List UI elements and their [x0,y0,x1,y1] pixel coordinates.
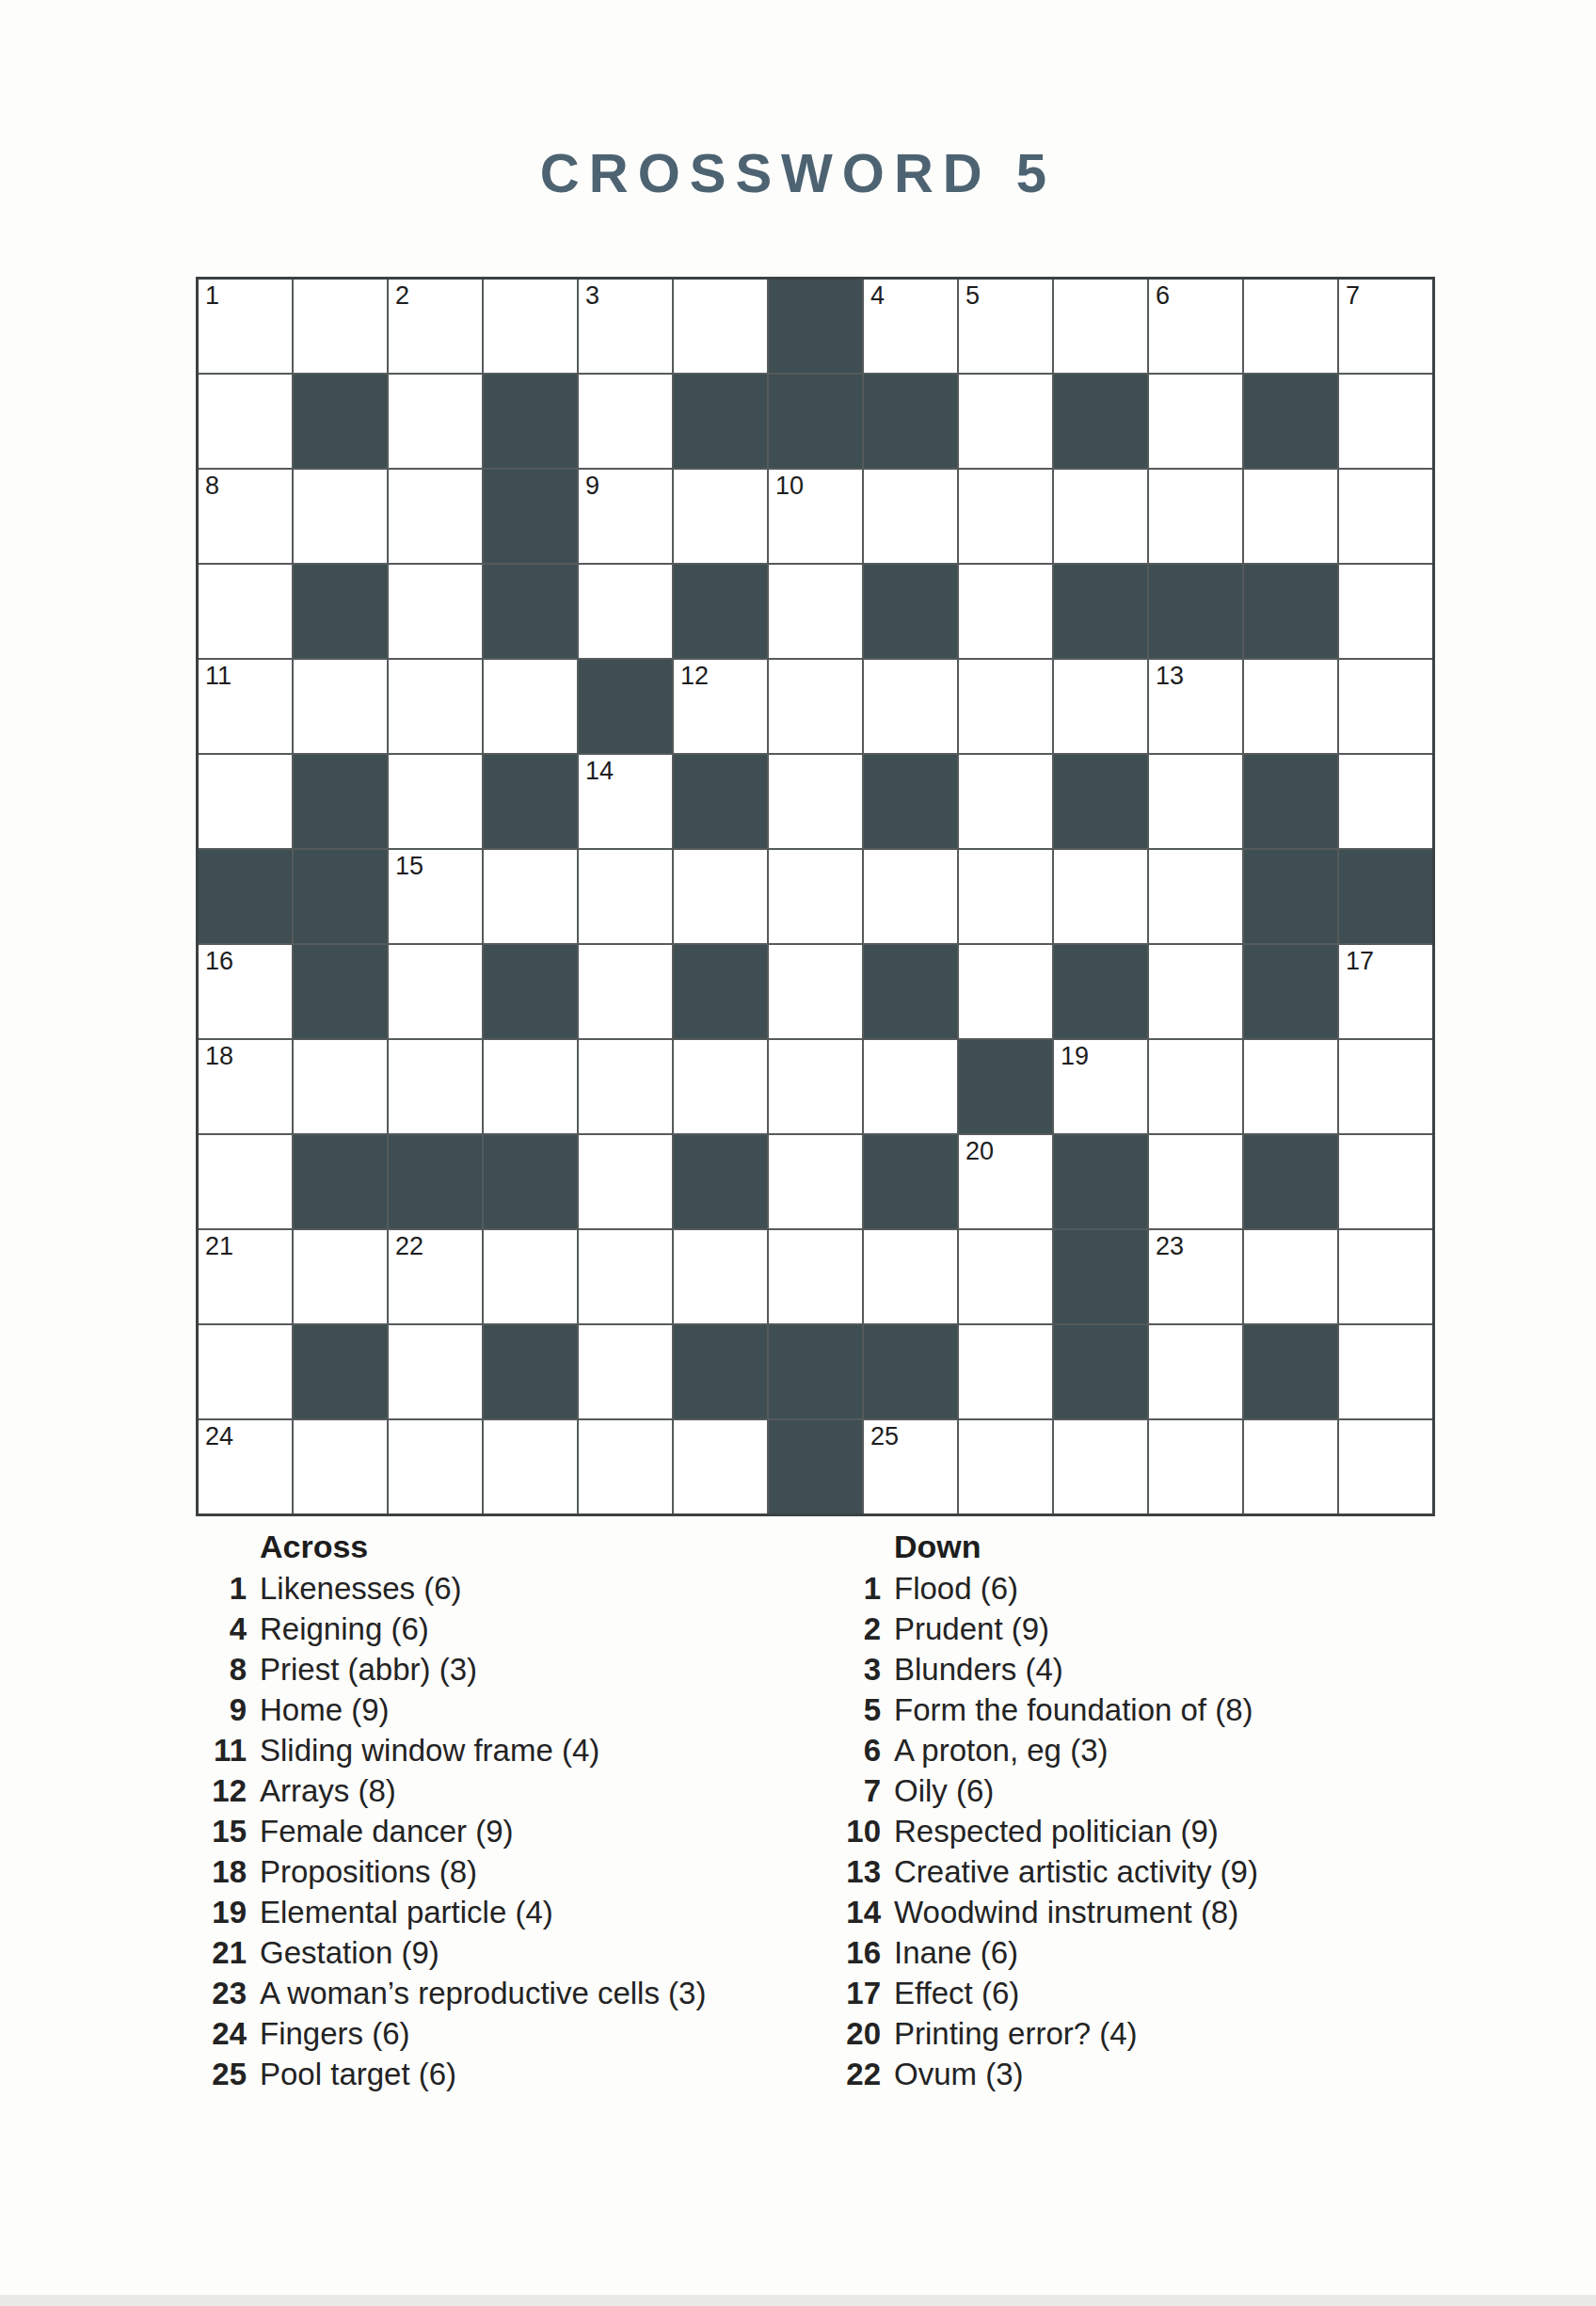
down-clue-13: 13Creative artistic activity (9) [828,1851,1487,1892]
across-clue-number: 8 [194,1649,247,1689]
cell-r9c2[interactable] [294,1040,387,1133]
cell-r7c5[interactable] [579,850,672,943]
cell-r10c13[interactable] [1339,1135,1432,1228]
across-clue-number: 23 [194,1973,247,2013]
cell-r13c4[interactable] [484,1420,577,1513]
cell-r11c8[interactable] [864,1230,957,1323]
down-clue-list: 1Flood (6)2Prudent (9)3Blunders (4)5Form… [828,1568,1487,2094]
down-clue-number: 1 [828,1568,881,1609]
cell-r6c11[interactable] [1149,755,1242,848]
across-clue-text: Pool target (6) [260,2054,456,2094]
black-cell-r6c4 [484,755,577,848]
across-clue-number: 18 [194,1851,247,1892]
down-clue-number: 10 [828,1811,881,1851]
cell-r11c4[interactable] [484,1230,577,1323]
cell-r3c3[interactable] [389,470,482,563]
cell-r8c5[interactable] [579,945,672,1038]
clue-number-19: 19 [1061,1044,1089,1069]
clue-number-16: 16 [205,949,233,974]
across-clue-number: 1 [194,1568,247,1609]
black-cell-r11c10 [1054,1230,1147,1323]
cell-r5c2[interactable] [294,660,387,753]
down-clue-number: 5 [828,1689,881,1730]
across-clue-4: 4Reigning (6) [194,1609,853,1649]
cell-r4c5[interactable] [579,565,672,658]
cell-r3c10[interactable] [1054,470,1147,563]
cell-r5c12[interactable] [1244,660,1337,753]
down-clue-number: 3 [828,1649,881,1689]
clue-number-4: 4 [870,283,885,309]
black-cell-r12c10 [1054,1325,1147,1418]
across-clue-8: 8Priest (abbr) (3) [194,1649,853,1689]
cell-r7c6[interactable] [674,850,767,943]
across-clue-21: 21Gestation (9) [194,1932,853,1973]
cell-r10c9[interactable]: 20 [959,1135,1052,1228]
down-clue-10: 10Respected politician (9) [828,1811,1487,1851]
cell-r13c5[interactable] [579,1420,672,1513]
cell-r9c13[interactable] [1339,1040,1432,1133]
cell-r8c9[interactable] [959,945,1052,1038]
down-clue-text: Blunders (4) [894,1649,1063,1689]
cell-r5c8[interactable] [864,660,957,753]
cell-r4c9[interactable] [959,565,1052,658]
down-clue-text: Effect (6) [894,1973,1019,2013]
clue-number-14: 14 [585,759,614,784]
cell-r13c3[interactable] [389,1420,482,1513]
across-clue-number: 4 [194,1609,247,1649]
black-cell-r7c13 [1339,850,1432,943]
across-clue-11: 11Sliding window frame (4) [194,1730,853,1770]
cell-r13c11[interactable] [1149,1420,1242,1513]
clue-number-3: 3 [585,283,599,309]
cell-r3c12[interactable] [1244,470,1337,563]
cell-r3c1[interactable]: 8 [199,470,292,563]
cell-r3c5[interactable]: 9 [579,470,672,563]
down-clue-text: Oily (6) [894,1770,994,1811]
black-cell-r8c10 [1054,945,1147,1038]
cell-r5c11[interactable]: 13 [1149,660,1242,753]
black-cell-r12c12 [1244,1325,1337,1418]
black-cell-r2c8 [864,375,957,468]
cell-r1c13[interactable]: 7 [1339,280,1432,373]
black-cell-r2c10 [1054,375,1147,468]
down-clue-text: Woodwind instrument (8) [894,1892,1238,1932]
cell-r9c6[interactable] [674,1040,767,1133]
cell-r3c13[interactable] [1339,470,1432,563]
clue-number-6: 6 [1156,283,1170,309]
cell-r12c1[interactable] [199,1325,292,1418]
cell-r1c6[interactable] [674,280,767,373]
cell-r13c6[interactable] [674,1420,767,1513]
across-clues-section: Across 1Likenesses (6)4Reigning (6)8Prie… [194,1525,853,2094]
clue-number-21: 21 [205,1234,233,1259]
cell-r5c6[interactable]: 12 [674,660,767,753]
cell-r9c12[interactable] [1244,1040,1337,1133]
clue-number-13: 13 [1156,664,1184,689]
cell-r13c12[interactable] [1244,1420,1337,1513]
black-cell-r2c4 [484,375,577,468]
clue-number-2: 2 [395,283,409,309]
cell-r13c1[interactable]: 24 [199,1420,292,1513]
down-clue-number: 22 [828,2054,881,2094]
down-clue-number: 16 [828,1932,881,1973]
across-clue-23: 23A woman’s reproductive cells (3) [194,1973,853,2013]
cell-r2c1[interactable] [199,375,292,468]
cell-r11c9[interactable] [959,1230,1052,1323]
cell-r1c3[interactable]: 2 [389,280,482,373]
across-clue-text: Gestation (9) [260,1932,439,1973]
cell-r13c8[interactable]: 25 [864,1420,957,1513]
across-clue-text: Arrays (8) [260,1770,396,1811]
clue-number-8: 8 [205,473,219,499]
cell-r4c13[interactable] [1339,565,1432,658]
cell-r13c9[interactable] [959,1420,1052,1513]
cell-r11c3[interactable]: 22 [389,1230,482,1323]
black-cell-r6c8 [864,755,957,848]
across-clue-24: 24Fingers (6) [194,2013,853,2054]
cell-r7c4[interactable] [484,850,577,943]
cell-r10c5[interactable] [579,1135,672,1228]
cell-r11c7[interactable] [769,1230,862,1323]
clue-number-10: 10 [775,473,804,499]
cell-r5c13[interactable] [1339,660,1432,753]
cell-r6c9[interactable] [959,755,1052,848]
cell-r1c9[interactable]: 5 [959,280,1052,373]
clue-number-23: 23 [1156,1234,1184,1259]
cell-r12c5[interactable] [579,1325,672,1418]
across-clue-text: Fingers (6) [260,2013,410,2054]
cell-r7c7[interactable] [769,850,862,943]
black-cell-r10c8 [864,1135,957,1228]
cell-r7c11[interactable] [1149,850,1242,943]
across-clue-text: A woman’s reproductive cells (3) [260,1973,706,2013]
cell-r5c1[interactable]: 11 [199,660,292,753]
black-cell-r10c3 [389,1135,482,1228]
cell-r7c9[interactable] [959,850,1052,943]
cell-r11c6[interactable] [674,1230,767,1323]
cell-r12c9[interactable] [959,1325,1052,1418]
across-clue-text: Propositions (8) [260,1851,477,1892]
black-cell-r6c12 [1244,755,1337,848]
cell-r11c1[interactable]: 21 [199,1230,292,1323]
down-clue-number: 2 [828,1609,881,1649]
black-cell-r2c12 [1244,375,1337,468]
clue-number-18: 18 [205,1044,233,1069]
down-clue-text: Form the foundation of (8) [894,1689,1253,1730]
black-cell-r12c8 [864,1325,957,1418]
black-cell-r10c4 [484,1135,577,1228]
cell-r8c3[interactable] [389,945,482,1038]
down-clues-section: Down 1Flood (6)2Prudent (9)3Blunders (4)… [828,1525,1487,2094]
black-cell-r7c2 [294,850,387,943]
cell-r8c7[interactable] [769,945,862,1038]
across-clue-text: Sliding window frame (4) [260,1730,599,1770]
across-clue-number: 9 [194,1689,247,1730]
cell-r3c2[interactable] [294,470,387,563]
black-cell-r8c6 [674,945,767,1038]
cell-r8c13[interactable]: 17 [1339,945,1432,1038]
cell-r2c11[interactable] [1149,375,1242,468]
cell-r7c10[interactable] [1054,850,1147,943]
down-clue-number: 17 [828,1973,881,2013]
across-clue-text: Female dancer (9) [260,1811,514,1851]
cell-r1c10[interactable] [1054,280,1147,373]
black-cell-r4c10 [1054,565,1147,658]
cell-r3c8[interactable] [864,470,957,563]
down-clue-text: Prudent (9) [894,1609,1049,1649]
down-clue-number: 20 [828,2013,881,2054]
cell-r7c3[interactable]: 15 [389,850,482,943]
cell-r6c7[interactable] [769,755,862,848]
down-clue-text: Ovum (3) [894,2054,1024,2094]
down-clue-5: 5Form the foundation of (8) [828,1689,1487,1730]
cell-r8c11[interactable] [1149,945,1242,1038]
black-cell-r7c12 [1244,850,1337,943]
black-cell-r4c12 [1244,565,1337,658]
down-clue-number: 14 [828,1892,881,1932]
clue-number-9: 9 [585,473,599,499]
down-clue-text: Creative artistic activity (9) [894,1851,1258,1892]
black-cell-r10c10 [1054,1135,1147,1228]
black-cell-r6c10 [1054,755,1147,848]
black-cell-r10c6 [674,1135,767,1228]
black-cell-r3c4 [484,470,577,563]
black-cell-r10c12 [1244,1135,1337,1228]
across-clue-text: Home (9) [260,1689,390,1730]
cell-r1c5[interactable]: 3 [579,280,672,373]
across-clue-12: 12Arrays (8) [194,1770,853,1811]
cell-r2c3[interactable] [389,375,482,468]
across-clue-25: 25Pool target (6) [194,2054,853,2094]
cell-r9c5[interactable] [579,1040,672,1133]
cell-r4c1[interactable] [199,565,292,658]
down-clue-1: 1Flood (6) [828,1568,1487,1609]
cell-r9c8[interactable] [864,1040,957,1133]
cell-r7c8[interactable] [864,850,957,943]
cell-r6c13[interactable] [1339,755,1432,848]
cell-r5c10[interactable] [1054,660,1147,753]
cell-r4c3[interactable] [389,565,482,658]
clue-number-7: 7 [1346,283,1360,309]
across-clue-1: 1Likenesses (6) [194,1568,853,1609]
across-clue-number: 11 [194,1730,247,1770]
across-clue-number: 12 [194,1770,247,1811]
across-clue-text: Priest (abbr) (3) [260,1649,477,1689]
down-clue-16: 16Inane (6) [828,1932,1487,1973]
cell-r12c11[interactable] [1149,1325,1242,1418]
cell-r13c2[interactable] [294,1420,387,1513]
black-cell-r8c12 [1244,945,1337,1038]
cell-r9c7[interactable] [769,1040,862,1133]
black-cell-r4c8 [864,565,957,658]
black-cell-r4c11 [1149,565,1242,658]
page-bottom-scan-edge [0,2295,1596,2306]
cell-r10c11[interactable] [1149,1135,1242,1228]
cell-r3c11[interactable] [1149,470,1242,563]
cell-r2c13[interactable] [1339,375,1432,468]
clue-number-1: 1 [205,283,219,309]
black-cell-r1c7 [769,280,862,373]
cell-r11c12[interactable] [1244,1230,1337,1323]
crossword-grid: 1234567891011121314151617181920212223242… [196,277,1435,1516]
black-cell-r4c2 [294,565,387,658]
cell-r9c11[interactable] [1149,1040,1242,1133]
black-cell-r2c7 [769,375,862,468]
cell-r11c5[interactable] [579,1230,672,1323]
black-cell-r12c2 [294,1325,387,1418]
black-cell-r6c6 [674,755,767,848]
puzzle-title: CROSSWORD 5 [0,141,1596,204]
across-clue-text: Likenesses (6) [260,1568,462,1609]
cell-r1c2[interactable] [294,280,387,373]
clue-number-15: 15 [395,854,423,879]
across-clue-list: 1Likenesses (6)4Reigning (6)8Priest (abb… [194,1568,853,2094]
across-clue-15: 15Female dancer (9) [194,1811,853,1851]
across-clue-number: 15 [194,1811,247,1851]
across-clue-19: 19Elemental particle (4) [194,1892,853,1932]
cell-r6c3[interactable] [389,755,482,848]
cell-r12c13[interactable] [1339,1325,1432,1418]
cell-r9c4[interactable] [484,1040,577,1133]
cell-r6c5[interactable]: 14 [579,755,672,848]
across-clue-text: Elemental particle (4) [260,1892,553,1932]
cell-r13c13[interactable] [1339,1420,1432,1513]
across-header: Across [260,1525,853,1568]
cell-r5c9[interactable] [959,660,1052,753]
black-cell-r2c6 [674,375,767,468]
clue-number-12: 12 [680,664,709,689]
down-clue-text: Respected politician (9) [894,1811,1219,1851]
cell-r2c9[interactable] [959,375,1052,468]
black-cell-r13c7 [769,1420,862,1513]
cell-r5c4[interactable] [484,660,577,753]
black-cell-r12c6 [674,1325,767,1418]
down-clue-7: 7Oily (6) [828,1770,1487,1811]
cell-r4c7[interactable] [769,565,862,658]
cell-r1c11[interactable]: 6 [1149,280,1242,373]
cell-r1c4[interactable] [484,280,577,373]
cell-r1c12[interactable] [1244,280,1337,373]
black-cell-r4c4 [484,565,577,658]
down-clue-3: 3Blunders (4) [828,1649,1487,1689]
across-clue-number: 25 [194,2054,247,2094]
cell-r11c13[interactable] [1339,1230,1432,1323]
cell-r1c1[interactable]: 1 [199,280,292,373]
cell-r9c1[interactable]: 18 [199,1040,292,1133]
down-clue-20: 20Printing error? (4) [828,2013,1487,2054]
cell-r9c10[interactable]: 19 [1054,1040,1147,1133]
cell-r3c7[interactable]: 10 [769,470,862,563]
down-clue-2: 2Prudent (9) [828,1609,1487,1649]
clue-number-25: 25 [870,1424,899,1449]
black-cell-r8c2 [294,945,387,1038]
cell-r5c3[interactable] [389,660,482,753]
black-cell-r12c4 [484,1325,577,1418]
down-clue-number: 6 [828,1730,881,1770]
black-cell-r7c1 [199,850,292,943]
down-clue-22: 22Ovum (3) [828,2054,1487,2094]
across-clue-text: Reigning (6) [260,1609,429,1649]
cell-r12c3[interactable] [389,1325,482,1418]
clue-number-24: 24 [205,1424,233,1449]
cell-r3c9[interactable] [959,470,1052,563]
black-cell-r8c4 [484,945,577,1038]
down-clue-text: Printing error? (4) [894,2013,1138,2054]
cell-r6c1[interactable] [199,755,292,848]
black-cell-r9c9 [959,1040,1052,1133]
black-cell-r10c2 [294,1135,387,1228]
cell-r11c2[interactable] [294,1230,387,1323]
down-clue-number: 7 [828,1770,881,1811]
cell-r8c1[interactable]: 16 [199,945,292,1038]
cell-r3c6[interactable] [674,470,767,563]
black-cell-r6c2 [294,755,387,848]
across-clue-number: 19 [194,1892,247,1932]
cell-r10c7[interactable] [769,1135,862,1228]
clue-number-22: 22 [395,1234,423,1259]
down-clue-text: Inane (6) [894,1932,1018,1973]
down-clue-number: 13 [828,1851,881,1892]
down-header: Down [894,1525,1487,1568]
black-cell-r8c8 [864,945,957,1038]
clue-number-11: 11 [205,664,231,689]
cell-r9c3[interactable] [389,1040,482,1133]
black-cell-r2c2 [294,375,387,468]
cell-r1c8[interactable]: 4 [864,280,957,373]
cell-r10c1[interactable] [199,1135,292,1228]
down-clue-6: 6A proton, eg (3) [828,1730,1487,1770]
puzzle-page: CROSSWORD 5 1234567891011121314151617181… [0,0,1596,2306]
clue-number-5: 5 [966,283,980,309]
cell-r13c10[interactable] [1054,1420,1147,1513]
black-cell-r5c5 [579,660,672,753]
across-clue-9: 9Home (9) [194,1689,853,1730]
black-cell-r4c6 [674,565,767,658]
down-clue-text: Flood (6) [894,1568,1018,1609]
across-clue-number: 21 [194,1932,247,1973]
cell-r5c7[interactable] [769,660,862,753]
across-clue-number: 24 [194,2013,247,2054]
across-clue-18: 18Propositions (8) [194,1851,853,1892]
down-clue-17: 17Effect (6) [828,1973,1487,2013]
cell-r2c5[interactable] [579,375,672,468]
down-clue-text: A proton, eg (3) [894,1730,1108,1770]
clue-number-17: 17 [1346,949,1374,974]
down-clue-14: 14Woodwind instrument (8) [828,1892,1487,1932]
black-cell-r12c7 [769,1325,862,1418]
cell-r11c11[interactable]: 23 [1149,1230,1242,1323]
clue-number-20: 20 [966,1139,994,1164]
